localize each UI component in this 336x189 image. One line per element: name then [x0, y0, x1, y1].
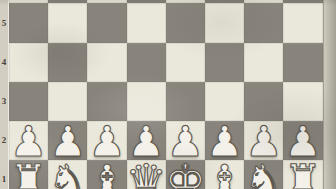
square-g4[interactable] [244, 43, 283, 82]
square-a1[interactable]: ♜ [9, 160, 48, 189]
square-d5[interactable] [127, 3, 166, 42]
square-e4[interactable] [166, 43, 205, 82]
white-knight-b1[interactable]: ♞ [48, 159, 87, 189]
square-c5[interactable] [87, 3, 126, 42]
square-a5[interactable] [9, 3, 48, 42]
white-bishop-f1[interactable]: ♝ [205, 159, 244, 189]
square-d4[interactable] [127, 43, 166, 82]
white-rook-a1[interactable]: ♜ [9, 159, 48, 189]
square-b4[interactable] [48, 43, 87, 82]
square-b1[interactable]: ♞ [48, 160, 87, 189]
square-a4[interactable] [9, 43, 48, 82]
square-h4[interactable] [283, 43, 322, 82]
white-rook-h1[interactable]: ♜ [284, 159, 323, 189]
chess-board-screen: ♜♞♝♛♚♝♞♜♟♟♟♟♟♟♟♟♟♟♟♟♟♟♟♟♜♞♝♛♚♝♞♜ 54321 [0, 0, 336, 189]
square-a3[interactable] [9, 82, 48, 121]
rank-label-4: 4 [0, 57, 8, 67]
square-e1[interactable]: ♚ [166, 160, 205, 189]
square-f1[interactable]: ♝ [205, 160, 244, 189]
square-e3[interactable] [166, 82, 205, 121]
white-queen-d1[interactable]: ♛ [126, 158, 167, 189]
rank-label-1: 1 [0, 174, 8, 184]
square-g5[interactable] [244, 3, 283, 42]
square-h1[interactable]: ♜ [283, 160, 322, 189]
square-d1[interactable]: ♛ [127, 160, 166, 189]
square-g1[interactable]: ♞ [244, 160, 283, 189]
square-f4[interactable] [205, 43, 244, 82]
square-b5[interactable] [48, 3, 87, 42]
rank-label-5: 5 [0, 18, 8, 28]
square-h5[interactable] [283, 3, 322, 42]
square-c1[interactable]: ♝ [87, 160, 126, 189]
white-bishop-c1[interactable]: ♝ [87, 159, 126, 189]
square-c3[interactable] [87, 82, 126, 121]
square-e5[interactable] [166, 3, 205, 42]
white-knight-g1[interactable]: ♞ [244, 159, 283, 189]
square-b3[interactable] [48, 82, 87, 121]
square-f5[interactable] [205, 3, 244, 42]
square-c4[interactable] [87, 43, 126, 82]
rank-label-3: 3 [0, 96, 8, 106]
rank-label-2: 2 [0, 135, 8, 145]
chessboard: ♜♞♝♛♚♝♞♜♟♟♟♟♟♟♟♟♟♟♟♟♟♟♟♟♜♞♝♛♚♝♞♜ [9, 0, 323, 189]
square-h3[interactable] [283, 82, 322, 121]
square-g3[interactable] [244, 82, 283, 121]
white-king-e1[interactable]: ♚ [165, 158, 206, 189]
square-d3[interactable] [127, 82, 166, 121]
square-f3[interactable] [205, 82, 244, 121]
